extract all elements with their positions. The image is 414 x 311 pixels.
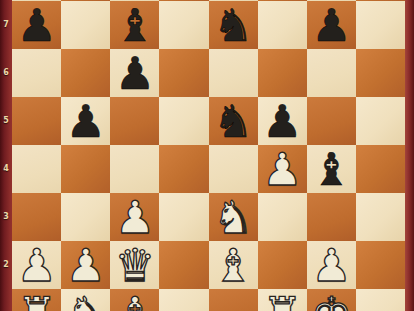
- black-pawn-a7: ♟: [16, 2, 56, 50]
- square-d5[interactable]: [159, 97, 208, 145]
- white-rook-a1: ♜: [16, 290, 56, 311]
- square-g2[interactable]: ♟: [307, 241, 356, 289]
- square-h7[interactable]: [356, 1, 405, 49]
- chess-board: ♟♝♞♟♟♟♞♟♟♝♟♞♟♟♛♝♟♜♞♝♜♚: [12, 0, 405, 311]
- rank-label-2: 2: [1, 260, 11, 270]
- square-e5[interactable]: ♞: [209, 97, 258, 145]
- white-rook-f1: ♜: [262, 290, 302, 311]
- black-pawn-c6: ♟: [115, 50, 155, 98]
- white-bishop-e2: ♝: [213, 242, 253, 290]
- rank-label-7: 7: [1, 20, 11, 30]
- rank-label-4: 4: [1, 164, 11, 174]
- square-e6[interactable]: [209, 49, 258, 97]
- square-f6[interactable]: [258, 49, 307, 97]
- rank-label-6: 6: [1, 68, 11, 78]
- square-e4[interactable]: [209, 145, 258, 193]
- square-h4[interactable]: [356, 145, 405, 193]
- black-bishop-c7: ♝: [115, 2, 155, 50]
- square-d1[interactable]: [159, 289, 208, 311]
- board-frame-left: 765432: [0, 0, 12, 311]
- square-a7[interactable]: ♟: [12, 1, 61, 49]
- square-d7[interactable]: [159, 1, 208, 49]
- square-b3[interactable]: [61, 193, 110, 241]
- square-a5[interactable]: [12, 97, 61, 145]
- square-g7[interactable]: ♟: [307, 1, 356, 49]
- square-b7[interactable]: [61, 1, 110, 49]
- white-pawn-b2: ♟: [66, 242, 106, 290]
- square-c2[interactable]: ♛: [110, 241, 159, 289]
- square-a1[interactable]: ♜: [12, 289, 61, 311]
- square-b5[interactable]: ♟: [61, 97, 110, 145]
- square-g3[interactable]: [307, 193, 356, 241]
- white-pawn-g2: ♟: [311, 242, 351, 290]
- black-pawn-f5: ♟: [262, 98, 302, 146]
- square-b1[interactable]: ♞: [61, 289, 110, 311]
- black-knight-e7: ♞: [213, 2, 253, 50]
- square-g5[interactable]: [307, 97, 356, 145]
- white-knight-e3: ♞: [213, 194, 253, 242]
- square-g4[interactable]: ♝: [307, 145, 356, 193]
- square-g1[interactable]: ♚: [307, 289, 356, 311]
- white-pawn-a2: ♟: [16, 242, 56, 290]
- square-d6[interactable]: [159, 49, 208, 97]
- white-queen-c2: ♛: [115, 242, 155, 290]
- square-c6[interactable]: ♟: [110, 49, 159, 97]
- square-e2[interactable]: ♝: [209, 241, 258, 289]
- square-h1[interactable]: [356, 289, 405, 311]
- black-pawn-b5: ♟: [66, 98, 106, 146]
- square-g6[interactable]: [307, 49, 356, 97]
- black-knight-e5: ♞: [213, 98, 253, 146]
- square-c7[interactable]: ♝: [110, 1, 159, 49]
- square-h2[interactable]: [356, 241, 405, 289]
- square-e1[interactable]: [209, 289, 258, 311]
- square-b6[interactable]: [61, 49, 110, 97]
- square-d4[interactable]: [159, 145, 208, 193]
- square-b4[interactable]: [61, 145, 110, 193]
- square-d2[interactable]: [159, 241, 208, 289]
- rank-label-3: 3: [1, 212, 11, 222]
- rank-label-5: 5: [1, 116, 11, 126]
- square-a3[interactable]: [12, 193, 61, 241]
- square-a2[interactable]: ♟: [12, 241, 61, 289]
- square-h3[interactable]: [356, 193, 405, 241]
- square-a6[interactable]: [12, 49, 61, 97]
- square-f1[interactable]: ♜: [258, 289, 307, 311]
- square-e7[interactable]: ♞: [209, 1, 258, 49]
- square-h5[interactable]: [356, 97, 405, 145]
- square-d3[interactable]: [159, 193, 208, 241]
- white-king-g1: ♚: [311, 290, 351, 311]
- white-knight-b1: ♞: [66, 290, 106, 311]
- square-f4[interactable]: ♟: [258, 145, 307, 193]
- square-f3[interactable]: [258, 193, 307, 241]
- black-pawn-g7: ♟: [311, 2, 351, 50]
- white-pawn-f4: ♟: [262, 146, 302, 194]
- square-e3[interactable]: ♞: [209, 193, 258, 241]
- chess-diagram: ♟♝♞♟♟♟♞♟♟♝♟♞♟♟♛♝♟♜♞♝♜♚ 765432: [0, 0, 414, 311]
- white-pawn-c3: ♟: [115, 194, 155, 242]
- square-h6[interactable]: [356, 49, 405, 97]
- square-a4[interactable]: [12, 145, 61, 193]
- white-bishop-c1: ♝: [115, 290, 155, 311]
- square-f7[interactable]: [258, 1, 307, 49]
- square-c1[interactable]: ♝: [110, 289, 159, 311]
- square-f5[interactable]: ♟: [258, 97, 307, 145]
- square-f2[interactable]: [258, 241, 307, 289]
- square-c3[interactable]: ♟: [110, 193, 159, 241]
- square-c4[interactable]: [110, 145, 159, 193]
- square-c5[interactable]: [110, 97, 159, 145]
- black-bishop-g4: ♝: [311, 146, 351, 194]
- square-b2[interactable]: ♟: [61, 241, 110, 289]
- board-frame-right: [405, 0, 414, 311]
